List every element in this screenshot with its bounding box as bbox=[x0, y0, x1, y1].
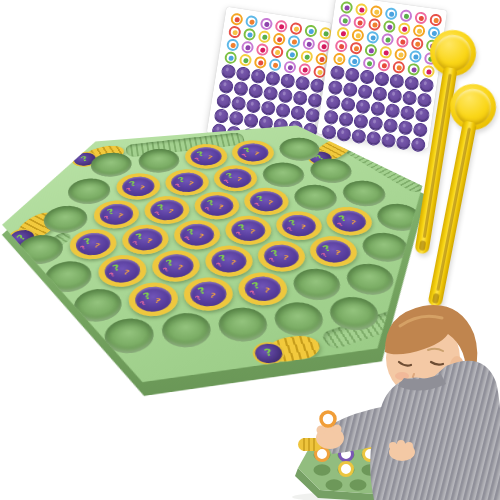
board-token: ??? bbox=[241, 186, 292, 217]
fruit-sticker bbox=[366, 31, 380, 45]
fruit-sticker bbox=[304, 24, 318, 38]
fruit-sticker bbox=[243, 28, 257, 42]
fruit-sticker bbox=[377, 58, 391, 72]
question-sticker bbox=[370, 101, 386, 117]
question-sticker bbox=[275, 103, 291, 119]
board-token: ??? bbox=[69, 227, 118, 261]
fruit-sticker bbox=[270, 45, 284, 59]
question-sticker bbox=[245, 98, 261, 114]
fruit-sticker bbox=[340, 1, 354, 15]
mini-board-hole bbox=[314, 464, 331, 476]
fruit-sticker bbox=[333, 52, 347, 66]
fruit-sticker bbox=[396, 35, 410, 49]
mini-board-hole bbox=[326, 479, 343, 491]
board-token: ??? bbox=[181, 275, 236, 313]
fruit-sticker bbox=[241, 40, 255, 54]
question-sticker bbox=[359, 69, 375, 85]
fruit-sticker bbox=[338, 14, 352, 28]
fruit-sticker bbox=[370, 5, 384, 19]
fruit-sticker bbox=[414, 11, 428, 25]
question-sticker bbox=[385, 103, 401, 119]
fruit-sticker bbox=[289, 22, 303, 36]
question-sticker bbox=[228, 110, 244, 126]
question-sticker bbox=[235, 66, 251, 82]
fruit-sticker bbox=[287, 35, 301, 49]
fruit-sticker bbox=[245, 15, 259, 29]
fruit-sticker bbox=[274, 19, 288, 33]
board-hole bbox=[260, 161, 308, 189]
board-token: ??? bbox=[211, 164, 260, 193]
question-sticker bbox=[295, 75, 311, 91]
fruit-sticker bbox=[394, 48, 408, 62]
fruit-sticker bbox=[298, 63, 312, 77]
board-token: ??? bbox=[93, 199, 141, 231]
fruit-sticker bbox=[381, 33, 395, 47]
fruit-sticker bbox=[353, 16, 367, 30]
question-sticker bbox=[404, 75, 420, 91]
question-sticker bbox=[340, 97, 356, 113]
fruit-sticker bbox=[412, 24, 426, 38]
question-sticker bbox=[265, 71, 281, 87]
board-hole bbox=[160, 311, 214, 350]
question-sticker bbox=[327, 80, 343, 96]
question-sticker bbox=[248, 83, 264, 99]
fruit-sticker bbox=[383, 20, 397, 34]
fruit-sticker bbox=[351, 29, 365, 43]
question-sticker bbox=[389, 73, 405, 89]
fruit-sticker bbox=[349, 41, 363, 55]
fruit-sticker bbox=[368, 18, 382, 32]
fruit-sticker bbox=[397, 22, 411, 36]
fruit-sticker bbox=[362, 56, 376, 70]
mini-board-hole bbox=[350, 479, 367, 491]
question-sticker bbox=[398, 120, 414, 136]
board-hole bbox=[216, 306, 271, 344]
board-token: ??? bbox=[273, 210, 326, 243]
fruit-sticker bbox=[230, 12, 244, 26]
fruit-sticker bbox=[226, 38, 240, 52]
board-token: ??? bbox=[322, 205, 376, 237]
board-hole bbox=[290, 267, 345, 302]
fruit-sticker bbox=[399, 9, 413, 23]
question-sticker bbox=[233, 81, 249, 97]
child-playing-photo bbox=[290, 300, 500, 500]
board-token: ??? bbox=[306, 234, 362, 268]
fruit-sticker bbox=[355, 3, 369, 17]
board-hole bbox=[291, 183, 341, 212]
board-hole bbox=[343, 262, 399, 297]
question-sticker bbox=[216, 93, 232, 109]
question-sticker bbox=[400, 105, 416, 121]
fruit-sticker bbox=[392, 61, 406, 75]
fruit-sticker bbox=[364, 43, 378, 57]
board-token: ??? bbox=[127, 280, 180, 318]
question-sticker bbox=[387, 88, 403, 104]
fruit-sticker bbox=[429, 13, 443, 27]
question-sticker bbox=[344, 67, 360, 83]
question-sticker bbox=[220, 64, 236, 80]
fruit-sticker bbox=[228, 25, 242, 39]
question-sticker bbox=[355, 99, 371, 115]
fruit-sticker bbox=[379, 46, 393, 60]
fruit-sticker bbox=[253, 56, 267, 70]
fruit-sticker bbox=[384, 7, 398, 21]
board-token: ??? bbox=[121, 223, 171, 256]
child-hand-left bbox=[389, 440, 415, 461]
board-token: ??? bbox=[115, 172, 162, 202]
question-sticker bbox=[292, 90, 308, 106]
question-sticker bbox=[402, 90, 418, 106]
board-token: ??? bbox=[150, 248, 202, 283]
fruit-sticker bbox=[239, 53, 253, 67]
question-sticker bbox=[250, 68, 266, 84]
board-hole bbox=[67, 177, 111, 206]
board-token: ??? bbox=[192, 190, 242, 221]
question-sticker bbox=[330, 65, 346, 81]
fruit-sticker bbox=[407, 63, 421, 77]
board-token: ??? bbox=[223, 214, 275, 247]
question-sticker bbox=[357, 84, 373, 100]
board-token: ??? bbox=[235, 270, 291, 307]
fruit-sticker bbox=[334, 39, 348, 53]
question-sticker bbox=[374, 71, 390, 87]
question-sticker bbox=[218, 78, 234, 94]
board-token: ??? bbox=[97, 253, 148, 289]
fruit-sticker bbox=[258, 30, 272, 44]
question-sticker bbox=[280, 73, 296, 89]
fruit-sticker bbox=[272, 32, 286, 46]
product-photo: ? ? ? ? ????????????????????????????????… bbox=[0, 0, 500, 500]
fruit-sticker bbox=[285, 47, 299, 61]
fruit-sticker bbox=[347, 54, 361, 68]
board-token: ??? bbox=[255, 239, 310, 274]
question-sticker bbox=[260, 100, 276, 116]
fruit-sticker bbox=[411, 37, 425, 51]
fruit-sticker bbox=[300, 50, 314, 64]
question-sticker bbox=[372, 86, 388, 102]
board-hole bbox=[339, 179, 390, 208]
question-sticker bbox=[277, 88, 293, 104]
fruit-sticker bbox=[283, 60, 297, 74]
board-hole bbox=[307, 157, 356, 184]
fruit-sticker bbox=[409, 50, 423, 64]
board-token: ??? bbox=[172, 218, 223, 251]
question-sticker bbox=[231, 96, 247, 112]
question-sticker bbox=[213, 108, 229, 124]
child-hand-right bbox=[316, 412, 344, 449]
board-token: ??? bbox=[163, 168, 211, 197]
board-token: ??? bbox=[143, 194, 192, 225]
fruit-sticker bbox=[260, 17, 274, 31]
question-sticker bbox=[325, 95, 341, 111]
fruit-sticker bbox=[336, 26, 350, 40]
question-sticker bbox=[243, 113, 259, 129]
question-sticker bbox=[263, 85, 279, 101]
question-sticker bbox=[342, 82, 358, 98]
fruit-sticker bbox=[302, 37, 316, 51]
question-sticker bbox=[290, 105, 306, 121]
token-in-hand bbox=[321, 412, 335, 426]
board-hole bbox=[44, 204, 89, 235]
mini-board-token bbox=[340, 463, 353, 476]
fruit-sticker bbox=[224, 51, 238, 65]
fruit-sticker bbox=[268, 58, 282, 72]
fruit-sticker bbox=[255, 43, 269, 57]
board-token: ??? bbox=[203, 244, 256, 279]
